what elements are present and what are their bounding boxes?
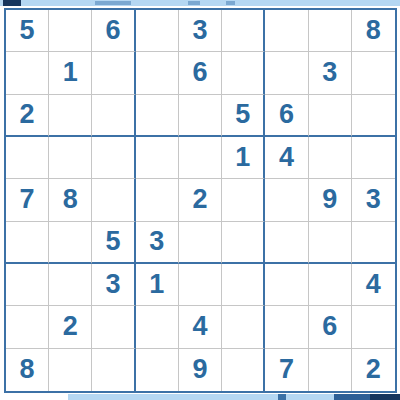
cell-r9c1[interactable]: 8	[6, 349, 49, 391]
cell-r9c5[interactable]: 9	[179, 349, 222, 391]
cell-r9c2[interactable]	[49, 349, 92, 391]
top-chrome-mark	[95, 1, 131, 5]
cell-r8c8[interactable]: 6	[309, 306, 352, 348]
top-chrome-mark	[226, 1, 235, 5]
cell-r5c5[interactable]: 2	[179, 179, 222, 221]
cell-r5c1[interactable]: 7	[6, 179, 49, 221]
top-chrome-mark	[188, 1, 200, 5]
cell-r9c8[interactable]	[309, 349, 352, 391]
cell-r9c7[interactable]: 7	[265, 349, 308, 391]
cell-r3c8[interactable]	[309, 95, 352, 137]
cell-r6c5[interactable]	[179, 222, 222, 264]
cell-r1c6[interactable]	[222, 10, 265, 52]
cell-r4c3[interactable]	[92, 137, 135, 179]
cell-r7c7[interactable]	[265, 264, 308, 306]
cell-r4c7[interactable]: 4	[265, 137, 308, 179]
cell-r1c4[interactable]	[136, 10, 179, 52]
cell-r4c8[interactable]	[309, 137, 352, 179]
cell-r7c8[interactable]	[309, 264, 352, 306]
cell-r3c1[interactable]: 2	[6, 95, 49, 137]
sudoku-board: 56381632561478293533142468972	[4, 8, 397, 393]
cell-r6c3[interactable]: 5	[92, 222, 135, 264]
cell-r4c6[interactable]: 1	[222, 137, 265, 179]
cell-r8c1[interactable]	[6, 306, 49, 348]
cell-r5c8[interactable]: 9	[309, 179, 352, 221]
cell-r5c2[interactable]: 8	[49, 179, 92, 221]
cell-r6c9[interactable]	[352, 222, 395, 264]
cell-r2c5[interactable]: 6	[179, 52, 222, 94]
bottom-chrome-strip	[0, 394, 400, 400]
cell-r1c8[interactable]	[309, 10, 352, 52]
cell-r4c4[interactable]	[136, 137, 179, 179]
cell-r6c6[interactable]	[222, 222, 265, 264]
cell-r2c7[interactable]	[265, 52, 308, 94]
cell-r7c6[interactable]	[222, 264, 265, 306]
cell-r8c3[interactable]	[92, 306, 135, 348]
cell-r2c9[interactable]	[352, 52, 395, 94]
cell-r1c5[interactable]: 3	[179, 10, 222, 52]
cell-r1c2[interactable]	[49, 10, 92, 52]
cell-r2c3[interactable]	[92, 52, 135, 94]
cell-r6c7[interactable]	[265, 222, 308, 264]
top-chrome-strip	[0, 0, 400, 6]
cell-r1c1[interactable]: 5	[6, 10, 49, 52]
cell-r5c9[interactable]: 3	[352, 179, 395, 221]
cell-r4c2[interactable]	[49, 137, 92, 179]
cell-r9c4[interactable]	[136, 349, 179, 391]
cell-r9c3[interactable]	[92, 349, 135, 391]
cell-r3c2[interactable]	[49, 95, 92, 137]
cell-r4c9[interactable]	[352, 137, 395, 179]
cell-r8c2[interactable]: 2	[49, 306, 92, 348]
cell-r2c1[interactable]	[6, 52, 49, 94]
cell-r5c7[interactable]	[265, 179, 308, 221]
cell-r9c6[interactable]	[222, 349, 265, 391]
cell-r3c7[interactable]: 6	[265, 95, 308, 137]
cell-r2c6[interactable]	[222, 52, 265, 94]
cell-r7c3[interactable]: 3	[92, 264, 135, 306]
cell-r3c5[interactable]	[179, 95, 222, 137]
cell-r1c9[interactable]: 8	[352, 10, 395, 52]
cell-r5c4[interactable]	[136, 179, 179, 221]
cell-r3c6[interactable]: 5	[222, 95, 265, 137]
cell-r9c9[interactable]: 2	[352, 349, 395, 391]
cell-r2c8[interactable]: 3	[309, 52, 352, 94]
cell-r6c1[interactable]	[6, 222, 49, 264]
cell-r1c3[interactable]: 6	[92, 10, 135, 52]
bottom-chrome-fragment	[370, 394, 400, 400]
cell-r7c9[interactable]: 4	[352, 264, 395, 306]
cell-r4c1[interactable]	[6, 137, 49, 179]
bottom-chrome-fragment	[68, 394, 334, 400]
top-chrome-fragment	[3, 0, 21, 6]
cell-r7c2[interactable]	[49, 264, 92, 306]
cell-r1c7[interactable]	[265, 10, 308, 52]
cell-r5c3[interactable]	[92, 179, 135, 221]
cell-r7c1[interactable]	[6, 264, 49, 306]
bottom-chrome-tick	[278, 394, 286, 400]
cell-r2c2[interactable]: 1	[49, 52, 92, 94]
cell-r8c5[interactable]: 4	[179, 306, 222, 348]
cell-r6c4[interactable]: 3	[136, 222, 179, 264]
cell-r3c4[interactable]	[136, 95, 179, 137]
cell-r8c9[interactable]	[352, 306, 395, 348]
cell-r8c4[interactable]	[136, 306, 179, 348]
cell-r7c4[interactable]: 1	[136, 264, 179, 306]
cell-r2c4[interactable]	[136, 52, 179, 94]
cell-r4c5[interactable]	[179, 137, 222, 179]
cell-r3c9[interactable]	[352, 95, 395, 137]
cell-r8c7[interactable]	[265, 306, 308, 348]
cell-r8c6[interactable]	[222, 306, 265, 348]
cell-r6c8[interactable]	[309, 222, 352, 264]
cell-r3c3[interactable]	[92, 95, 135, 137]
cell-r7c5[interactable]	[179, 264, 222, 306]
cell-r5c6[interactable]	[222, 179, 265, 221]
cell-r6c2[interactable]	[49, 222, 92, 264]
